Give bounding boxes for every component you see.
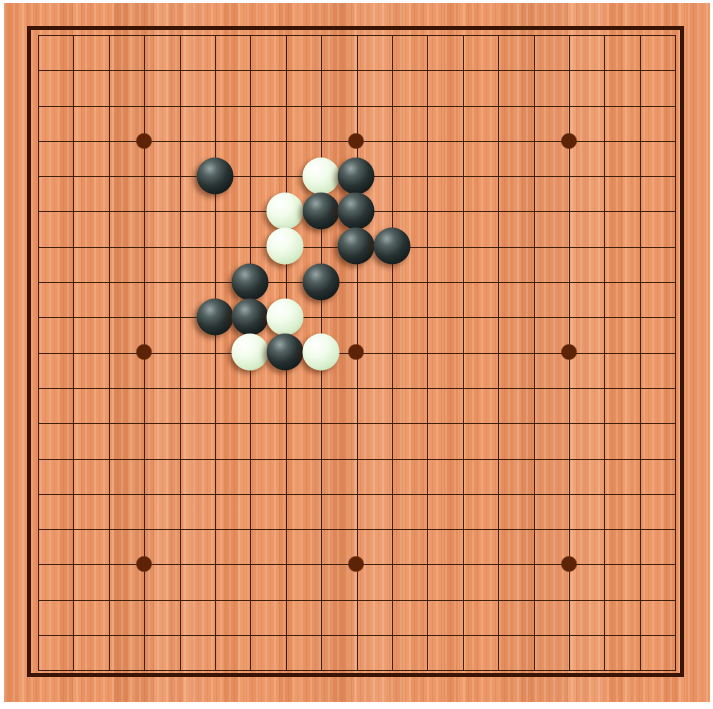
- intersection[interactable]: [91, 405, 126, 440]
- intersection[interactable]: [303, 264, 338, 299]
- intersection[interactable]: [268, 617, 303, 652]
- intersection[interactable]: [339, 335, 374, 370]
- intersection[interactable]: [268, 123, 303, 158]
- intersection[interactable]: [622, 123, 657, 158]
- intersection[interactable]: [20, 17, 55, 52]
- intersection[interactable]: [339, 652, 374, 687]
- intersection[interactable]: [268, 158, 303, 193]
- intersection[interactable]: [162, 546, 197, 581]
- intersection[interactable]: [20, 193, 55, 228]
- intersection[interactable]: [480, 511, 515, 546]
- intersection[interactable]: [20, 123, 55, 158]
- intersection[interactable]: [445, 17, 480, 52]
- intersection[interactable]: [339, 193, 374, 228]
- intersection[interactable]: [445, 652, 480, 687]
- intersection[interactable]: [480, 370, 515, 405]
- intersection[interactable]: [622, 52, 657, 87]
- intersection[interactable]: [197, 511, 232, 546]
- intersection[interactable]: [515, 264, 550, 299]
- intersection[interactable]: [515, 476, 550, 511]
- intersection[interactable]: [126, 405, 161, 440]
- intersection[interactable]: [91, 17, 126, 52]
- intersection[interactable]: [409, 158, 444, 193]
- intersection[interactable]: [162, 264, 197, 299]
- intersection[interactable]: [197, 299, 232, 334]
- intersection[interactable]: [622, 546, 657, 581]
- intersection[interactable]: [268, 652, 303, 687]
- intersection[interactable]: [657, 88, 692, 123]
- intersection[interactable]: [162, 299, 197, 334]
- intersection[interactable]: [445, 158, 480, 193]
- intersection[interactable]: [55, 88, 90, 123]
- intersection[interactable]: [622, 264, 657, 299]
- intersection[interactable]: [162, 370, 197, 405]
- intersection[interactable]: [374, 476, 409, 511]
- intersection[interactable]: [586, 617, 621, 652]
- intersection[interactable]: [20, 441, 55, 476]
- intersection[interactable]: [515, 158, 550, 193]
- intersection[interactable]: [232, 193, 267, 228]
- intersection[interactable]: [55, 546, 90, 581]
- intersection[interactable]: [586, 582, 621, 617]
- intersection[interactable]: [197, 17, 232, 52]
- intersection[interactable]: [162, 193, 197, 228]
- intersection[interactable]: [480, 88, 515, 123]
- intersection[interactable]: [480, 335, 515, 370]
- intersection[interactable]: [622, 441, 657, 476]
- intersection[interactable]: [91, 193, 126, 228]
- intersection[interactable]: [197, 52, 232, 87]
- intersection[interactable]: [268, 476, 303, 511]
- intersection[interactable]: [480, 52, 515, 87]
- intersection[interactable]: [197, 229, 232, 264]
- intersection[interactable]: [55, 299, 90, 334]
- intersection[interactable]: [55, 229, 90, 264]
- intersection[interactable]: [55, 405, 90, 440]
- intersection[interactable]: [515, 193, 550, 228]
- intersection[interactable]: [162, 123, 197, 158]
- intersection[interactable]: [197, 441, 232, 476]
- intersection[interactable]: [515, 52, 550, 87]
- intersection[interactable]: [20, 617, 55, 652]
- intersection[interactable]: [445, 370, 480, 405]
- intersection[interactable]: [445, 405, 480, 440]
- intersection[interactable]: [268, 88, 303, 123]
- intersection[interactable]: [374, 582, 409, 617]
- intersection[interactable]: [162, 441, 197, 476]
- intersection[interactable]: [339, 52, 374, 87]
- intersection[interactable]: [515, 441, 550, 476]
- intersection[interactable]: [409, 193, 444, 228]
- intersection[interactable]: [551, 158, 586, 193]
- intersection[interactable]: [232, 17, 267, 52]
- intersection[interactable]: [409, 652, 444, 687]
- intersection[interactable]: [409, 52, 444, 87]
- intersection[interactable]: [126, 370, 161, 405]
- intersection[interactable]: [55, 370, 90, 405]
- intersection[interactable]: [126, 229, 161, 264]
- intersection[interactable]: [551, 405, 586, 440]
- intersection[interactable]: [268, 264, 303, 299]
- intersection[interactable]: [20, 405, 55, 440]
- intersection[interactable]: [303, 405, 338, 440]
- intersection[interactable]: [303, 52, 338, 87]
- intersection[interactable]: [515, 17, 550, 52]
- intersection[interactable]: [657, 52, 692, 87]
- intersection[interactable]: [339, 17, 374, 52]
- intersection[interactable]: [409, 546, 444, 581]
- intersection[interactable]: [55, 193, 90, 228]
- intersection[interactable]: [339, 123, 374, 158]
- intersection[interactable]: [374, 546, 409, 581]
- intersection[interactable]: [303, 193, 338, 228]
- intersection[interactable]: [126, 299, 161, 334]
- intersection[interactable]: [586, 511, 621, 546]
- intersection[interactable]: [91, 264, 126, 299]
- intersection[interactable]: [586, 264, 621, 299]
- intersection[interactable]: [268, 405, 303, 440]
- intersection[interactable]: [551, 617, 586, 652]
- intersection[interactable]: [586, 335, 621, 370]
- intersection[interactable]: [622, 582, 657, 617]
- intersection[interactable]: [126, 582, 161, 617]
- intersection[interactable]: [162, 52, 197, 87]
- intersection[interactable]: [374, 88, 409, 123]
- intersection[interactable]: [303, 370, 338, 405]
- intersection[interactable]: [409, 511, 444, 546]
- intersection[interactable]: [445, 193, 480, 228]
- intersection[interactable]: [126, 617, 161, 652]
- intersection[interactable]: [197, 582, 232, 617]
- intersection[interactable]: [162, 335, 197, 370]
- intersection[interactable]: [55, 476, 90, 511]
- intersection[interactable]: [91, 123, 126, 158]
- intersection[interactable]: [55, 17, 90, 52]
- intersection[interactable]: [268, 52, 303, 87]
- intersection[interactable]: [445, 335, 480, 370]
- intersection[interactable]: [480, 264, 515, 299]
- intersection[interactable]: [55, 158, 90, 193]
- intersection[interactable]: [657, 17, 692, 52]
- intersection[interactable]: [55, 441, 90, 476]
- intersection[interactable]: [409, 88, 444, 123]
- intersection[interactable]: [268, 17, 303, 52]
- intersection[interactable]: [445, 299, 480, 334]
- intersection[interactable]: [162, 476, 197, 511]
- intersection[interactable]: [232, 476, 267, 511]
- intersection[interactable]: [268, 511, 303, 546]
- intersection[interactable]: [55, 582, 90, 617]
- intersection[interactable]: [586, 546, 621, 581]
- intersection[interactable]: [480, 193, 515, 228]
- intersection[interactable]: [20, 511, 55, 546]
- intersection[interactable]: [55, 511, 90, 546]
- intersection[interactable]: [480, 546, 515, 581]
- intersection[interactable]: [374, 441, 409, 476]
- intersection[interactable]: [586, 405, 621, 440]
- intersection[interactable]: [445, 476, 480, 511]
- intersection[interactable]: [586, 158, 621, 193]
- intersection[interactable]: [126, 441, 161, 476]
- intersection[interactable]: [232, 652, 267, 687]
- intersection[interactable]: [586, 17, 621, 52]
- intersection[interactable]: [232, 370, 267, 405]
- intersection[interactable]: [197, 335, 232, 370]
- intersection[interactable]: [20, 476, 55, 511]
- intersection[interactable]: [339, 299, 374, 334]
- intersection[interactable]: [551, 335, 586, 370]
- intersection[interactable]: [551, 17, 586, 52]
- intersection[interactable]: [20, 158, 55, 193]
- intersection[interactable]: [586, 441, 621, 476]
- intersection[interactable]: [622, 370, 657, 405]
- intersection[interactable]: [20, 546, 55, 581]
- intersection[interactable]: [126, 123, 161, 158]
- intersection[interactable]: [20, 229, 55, 264]
- intersection[interactable]: [339, 441, 374, 476]
- intersection[interactable]: [409, 264, 444, 299]
- intersection[interactable]: [162, 582, 197, 617]
- intersection[interactable]: [197, 158, 232, 193]
- intersection[interactable]: [232, 229, 267, 264]
- intersection[interactable]: [657, 441, 692, 476]
- intersection[interactable]: [445, 617, 480, 652]
- intersection[interactable]: [445, 582, 480, 617]
- intersection[interactable]: [586, 52, 621, 87]
- intersection[interactable]: [445, 88, 480, 123]
- intersection[interactable]: [126, 158, 161, 193]
- intersection[interactable]: [197, 652, 232, 687]
- intersection[interactable]: [409, 582, 444, 617]
- intersection[interactable]: [374, 193, 409, 228]
- intersection[interactable]: [445, 546, 480, 581]
- intersection[interactable]: [409, 617, 444, 652]
- intersection[interactable]: [515, 123, 550, 158]
- intersection[interactable]: [126, 476, 161, 511]
- intersection[interactable]: [339, 88, 374, 123]
- intersection[interactable]: [91, 299, 126, 334]
- intersection[interactable]: [409, 441, 444, 476]
- intersection[interactable]: [445, 511, 480, 546]
- intersection[interactable]: [551, 476, 586, 511]
- intersection[interactable]: [409, 476, 444, 511]
- intersection[interactable]: [126, 511, 161, 546]
- intersection[interactable]: [657, 405, 692, 440]
- intersection[interactable]: [303, 476, 338, 511]
- intersection[interactable]: [55, 617, 90, 652]
- intersection[interactable]: [197, 123, 232, 158]
- intersection[interactable]: [515, 299, 550, 334]
- intersection[interactable]: [374, 511, 409, 546]
- intersection[interactable]: [586, 229, 621, 264]
- intersection[interactable]: [339, 476, 374, 511]
- intersection[interactable]: [303, 441, 338, 476]
- intersection[interactable]: [445, 52, 480, 87]
- intersection[interactable]: [657, 158, 692, 193]
- intersection[interactable]: [515, 405, 550, 440]
- intersection[interactable]: [303, 617, 338, 652]
- intersection[interactable]: [374, 17, 409, 52]
- intersection[interactable]: [162, 158, 197, 193]
- intersection[interactable]: [268, 546, 303, 581]
- intersection[interactable]: [445, 441, 480, 476]
- intersection[interactable]: [515, 335, 550, 370]
- intersection[interactable]: [374, 52, 409, 87]
- intersection[interactable]: [91, 652, 126, 687]
- intersection[interactable]: [20, 88, 55, 123]
- intersection[interactable]: [374, 652, 409, 687]
- intersection[interactable]: [657, 299, 692, 334]
- intersection[interactable]: [374, 158, 409, 193]
- intersection[interactable]: [551, 546, 586, 581]
- intersection[interactable]: [339, 582, 374, 617]
- intersection[interactable]: [657, 652, 692, 687]
- intersection[interactable]: [374, 264, 409, 299]
- intersection[interactable]: [374, 123, 409, 158]
- intersection[interactable]: [268, 335, 303, 370]
- intersection[interactable]: [586, 88, 621, 123]
- intersection[interactable]: [515, 582, 550, 617]
- intersection[interactable]: [622, 299, 657, 334]
- intersection[interactable]: [657, 264, 692, 299]
- intersection[interactable]: [657, 229, 692, 264]
- intersection[interactable]: [445, 123, 480, 158]
- intersection[interactable]: [55, 123, 90, 158]
- intersection[interactable]: [162, 17, 197, 52]
- intersection[interactable]: [339, 511, 374, 546]
- intersection[interactable]: [622, 405, 657, 440]
- intersection[interactable]: [268, 193, 303, 228]
- intersection[interactable]: [303, 88, 338, 123]
- intersection[interactable]: [445, 264, 480, 299]
- intersection[interactable]: [197, 193, 232, 228]
- intersection[interactable]: [91, 441, 126, 476]
- intersection[interactable]: [91, 52, 126, 87]
- intersection[interactable]: [622, 476, 657, 511]
- intersection[interactable]: [551, 193, 586, 228]
- intersection[interactable]: [55, 335, 90, 370]
- intersection[interactable]: [303, 299, 338, 334]
- intersection[interactable]: [303, 335, 338, 370]
- intersection[interactable]: [91, 546, 126, 581]
- intersection[interactable]: [409, 123, 444, 158]
- intersection[interactable]: [657, 193, 692, 228]
- intersection[interactable]: [162, 511, 197, 546]
- intersection[interactable]: [197, 617, 232, 652]
- intersection[interactable]: [232, 441, 267, 476]
- intersection[interactable]: [303, 123, 338, 158]
- intersection[interactable]: [303, 582, 338, 617]
- intersection[interactable]: [551, 123, 586, 158]
- intersection[interactable]: [480, 476, 515, 511]
- intersection[interactable]: [480, 582, 515, 617]
- intersection[interactable]: [657, 123, 692, 158]
- intersection[interactable]: [232, 88, 267, 123]
- intersection[interactable]: [515, 229, 550, 264]
- intersection[interactable]: [480, 441, 515, 476]
- intersection[interactable]: [303, 511, 338, 546]
- intersection[interactable]: [232, 546, 267, 581]
- intersection[interactable]: [91, 582, 126, 617]
- intersection[interactable]: [91, 511, 126, 546]
- intersection[interactable]: [657, 476, 692, 511]
- intersection[interactable]: [232, 158, 267, 193]
- intersection[interactable]: [303, 229, 338, 264]
- intersection[interactable]: [197, 405, 232, 440]
- intersection[interactable]: [339, 264, 374, 299]
- intersection[interactable]: [91, 476, 126, 511]
- intersection[interactable]: [197, 88, 232, 123]
- intersection[interactable]: [162, 88, 197, 123]
- intersection[interactable]: [657, 582, 692, 617]
- intersection[interactable]: [586, 193, 621, 228]
- intersection[interactable]: [515, 652, 550, 687]
- intersection[interactable]: [374, 617, 409, 652]
- intersection[interactable]: [232, 123, 267, 158]
- intersection[interactable]: [409, 299, 444, 334]
- intersection[interactable]: [409, 229, 444, 264]
- intersection[interactable]: [551, 582, 586, 617]
- intersection[interactable]: [268, 370, 303, 405]
- intersection[interactable]: [657, 617, 692, 652]
- intersection[interactable]: [551, 229, 586, 264]
- intersection[interactable]: [268, 582, 303, 617]
- intersection[interactable]: [339, 546, 374, 581]
- intersection[interactable]: [197, 546, 232, 581]
- intersection[interactable]: [622, 88, 657, 123]
- intersection[interactable]: [515, 617, 550, 652]
- intersection[interactable]: [409, 370, 444, 405]
- intersection[interactable]: [303, 652, 338, 687]
- intersection[interactable]: [91, 158, 126, 193]
- intersection[interactable]: [20, 299, 55, 334]
- intersection[interactable]: [162, 229, 197, 264]
- intersection[interactable]: [622, 158, 657, 193]
- intersection[interactable]: [303, 158, 338, 193]
- intersection[interactable]: [232, 511, 267, 546]
- intersection[interactable]: [20, 52, 55, 87]
- intersection[interactable]: [91, 370, 126, 405]
- intersection[interactable]: [445, 229, 480, 264]
- intersection[interactable]: [622, 511, 657, 546]
- intersection[interactable]: [622, 17, 657, 52]
- intersection[interactable]: [232, 335, 267, 370]
- intersection[interactable]: [20, 264, 55, 299]
- intersection[interactable]: [551, 264, 586, 299]
- intersection[interactable]: [480, 299, 515, 334]
- intersection[interactable]: [197, 264, 232, 299]
- intersection[interactable]: [339, 405, 374, 440]
- intersection[interactable]: [91, 229, 126, 264]
- intersection[interactable]: [515, 511, 550, 546]
- intersection[interactable]: [339, 370, 374, 405]
- intersection[interactable]: [232, 582, 267, 617]
- intersection[interactable]: [657, 335, 692, 370]
- intersection[interactable]: [551, 511, 586, 546]
- intersection[interactable]: [480, 158, 515, 193]
- intersection[interactable]: [586, 299, 621, 334]
- intersection[interactable]: [374, 370, 409, 405]
- intersection[interactable]: [126, 335, 161, 370]
- intersection[interactable]: [586, 476, 621, 511]
- intersection[interactable]: [657, 370, 692, 405]
- intersection[interactable]: [374, 335, 409, 370]
- intersection[interactable]: [268, 299, 303, 334]
- intersection[interactable]: [55, 52, 90, 87]
- intersection[interactable]: [622, 193, 657, 228]
- intersection[interactable]: [268, 441, 303, 476]
- intersection[interactable]: [91, 617, 126, 652]
